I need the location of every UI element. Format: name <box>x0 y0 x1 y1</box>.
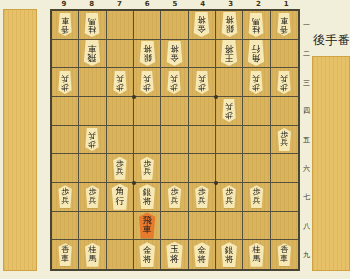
square-73[interactable]: 歩兵 <box>107 68 134 97</box>
square-28[interactable] <box>243 212 270 241</box>
file-label-5: 5 <box>161 0 189 9</box>
square-24[interactable] <box>243 97 270 126</box>
square-94[interactable] <box>52 97 79 126</box>
piece-kanji: 将 <box>143 44 152 53</box>
square-41[interactable]: 金将 <box>189 11 216 40</box>
square-34[interactable]: 歩兵 <box>216 97 243 126</box>
piece-kanji: 金 <box>198 25 207 34</box>
square-63[interactable]: 歩兵 <box>134 68 161 97</box>
gote-keima-piece[interactable]: 桂馬 <box>246 13 266 37</box>
piece-kanji: 兵 <box>116 74 124 83</box>
piece-kanji: 将 <box>170 44 179 53</box>
square-91[interactable]: 香車 <box>52 11 79 40</box>
sente-kakugyo-piece[interactable]: 角行 <box>109 184 131 210</box>
square-65[interactable] <box>134 126 161 155</box>
sente-fuhyo-piece[interactable]: 歩兵 <box>111 157 129 180</box>
piece-kanji: 馬 <box>88 16 96 25</box>
gote-fuhyo-piece[interactable]: 歩兵 <box>247 71 265 94</box>
hoshi-dot <box>132 181 136 185</box>
sente-fuhyo-piece[interactable]: 歩兵 <box>165 185 183 208</box>
piece-kanji: 兵 <box>88 131 96 140</box>
piece-kanji: 王 <box>225 53 234 63</box>
piece-kanji: 車 <box>143 225 152 235</box>
rank-label-7: 七 <box>301 183 312 212</box>
sente-fuhyo-piece[interactable]: 歩兵 <box>56 185 74 208</box>
gote-ginsho-piece[interactable]: 銀将 <box>219 12 240 37</box>
square-13[interactable]: 歩兵 <box>271 68 298 97</box>
sente-ginsho-piece[interactable]: 銀将 <box>137 184 158 209</box>
square-45[interactable] <box>189 126 216 155</box>
gote-kinsho-piece[interactable]: 金将 <box>164 41 185 66</box>
square-11[interactable]: 香車 <box>271 11 298 40</box>
square-36[interactable] <box>216 154 243 183</box>
square-23[interactable]: 歩兵 <box>243 68 270 97</box>
square-58[interactable] <box>161 212 188 241</box>
square-81[interactable]: 桂馬 <box>79 11 106 40</box>
square-83[interactable] <box>79 68 106 97</box>
piece-kanji: 兵 <box>116 168 124 177</box>
piece-kanji: 馬 <box>252 255 260 264</box>
piece-kanji: 金 <box>170 53 179 62</box>
piece-kanji: 兵 <box>61 197 69 206</box>
file-label-1: 1 <box>272 0 300 9</box>
piece-kanji: 飛 <box>88 53 97 63</box>
square-51[interactable] <box>161 11 188 40</box>
piece-kanji: 桂 <box>252 25 260 34</box>
square-84[interactable] <box>79 97 106 126</box>
square-59[interactable]: 玉将 <box>161 240 188 269</box>
piece-kanji: 銀 <box>143 53 152 62</box>
square-74[interactable] <box>107 97 134 126</box>
square-64[interactable] <box>134 97 161 126</box>
square-54[interactable] <box>161 97 188 126</box>
piece-kanji: 兵 <box>61 74 69 83</box>
piece-kanji: 馬 <box>252 16 260 25</box>
square-62[interactable]: 銀将 <box>134 40 161 69</box>
rank-label-2: 二 <box>301 40 312 69</box>
sente-kinsho-piece[interactable]: 金将 <box>137 242 158 267</box>
rank-label-8: 八 <box>301 212 312 241</box>
hoshi-dot <box>132 95 136 99</box>
gote-kinsho-piece[interactable]: 金将 <box>191 12 212 37</box>
gote-fuhyo-piece[interactable]: 歩兵 <box>138 71 156 94</box>
piece-kanji: 香 <box>280 25 288 34</box>
piece-kanji: 桂 <box>88 25 96 34</box>
square-82[interactable]: 飛車 <box>79 40 106 69</box>
square-99[interactable]: 香車 <box>52 240 79 269</box>
gote-hisha-piece[interactable]: 飛車 <box>81 40 103 66</box>
square-56[interactable] <box>161 154 188 183</box>
square-78[interactable] <box>107 212 134 241</box>
square-87[interactable]: 歩兵 <box>79 183 106 212</box>
square-19[interactable]: 香車 <box>271 240 298 269</box>
square-77[interactable]: 角行 <box>107 183 134 212</box>
gote-fuhyo-piece[interactable]: 歩兵 <box>165 71 183 94</box>
piece-kanji: 馬 <box>88 255 96 264</box>
file-label-6: 6 <box>133 0 161 9</box>
piece-kanji: 将 <box>225 255 234 264</box>
file-label-4: 4 <box>189 0 217 9</box>
square-55[interactable] <box>161 126 188 155</box>
piece-kanji: 行 <box>252 44 261 54</box>
gote-fuhyo-piece[interactable]: 歩兵 <box>220 99 238 122</box>
square-85[interactable]: 歩兵 <box>79 126 106 155</box>
square-12[interactable] <box>271 40 298 69</box>
sente-ginsho-piece[interactable]: 銀将 <box>219 242 240 267</box>
square-14[interactable] <box>271 97 298 126</box>
square-27[interactable]: 歩兵 <box>243 183 270 212</box>
piece-kanji: 兵 <box>280 74 288 83</box>
piece-stand-left <box>3 9 37 271</box>
square-47[interactable]: 歩兵 <box>189 183 216 212</box>
piece-kanji: 行 <box>115 197 124 207</box>
square-29[interactable]: 桂馬 <box>243 240 270 269</box>
file-label-7: 7 <box>106 0 134 9</box>
square-18[interactable] <box>271 212 298 241</box>
gote-fuhyo-piece[interactable]: 歩兵 <box>56 71 74 94</box>
square-31[interactable]: 銀将 <box>216 11 243 40</box>
rank-label-5: 五 <box>301 126 312 155</box>
square-79[interactable] <box>107 240 134 269</box>
square-44[interactable] <box>189 97 216 126</box>
shogi-board: 香車桂馬金将銀将桂馬香車飛車銀将金将王将角行歩兵歩兵歩兵歩兵歩兵歩兵歩兵歩兵歩兵… <box>50 9 300 271</box>
piece-kanji: 将 <box>143 197 152 206</box>
square-46[interactable] <box>189 154 216 183</box>
piece-kanji: 車 <box>61 16 69 25</box>
square-88[interactable] <box>79 212 106 241</box>
sente-kyosha-piece[interactable]: 香車 <box>56 243 74 266</box>
piece-kanji: 歩 <box>170 82 178 91</box>
square-35[interactable] <box>216 126 243 155</box>
gote-kyosha-piece[interactable]: 香車 <box>56 13 74 36</box>
gote-fuhyo-piece[interactable]: 歩兵 <box>275 71 293 94</box>
gote-kyosha-piece[interactable]: 香車 <box>275 13 293 36</box>
piece-kanji: 歩 <box>198 82 206 91</box>
sente-hisha-piece[interactable]: 飛車 <box>136 212 158 238</box>
gote-osho-piece[interactable]: 王将 <box>218 40 240 66</box>
sente-gyokusho-piece[interactable]: 玉将 <box>163 242 185 268</box>
piece-kanji: 兵 <box>143 74 151 83</box>
file-label-3: 3 <box>217 0 245 9</box>
square-17[interactable] <box>271 183 298 212</box>
sente-fuhyo-piece[interactable]: 歩兵 <box>83 185 101 208</box>
gote-ginsho-piece[interactable]: 銀将 <box>137 41 158 66</box>
square-21[interactable]: 桂馬 <box>243 11 270 40</box>
square-97[interactable]: 歩兵 <box>52 183 79 212</box>
piece-kanji: 兵 <box>88 197 96 206</box>
sente-fuhyo-piece[interactable]: 歩兵 <box>275 128 293 151</box>
square-95[interactable] <box>52 126 79 155</box>
rank-label-6: 六 <box>301 154 312 183</box>
square-42[interactable] <box>189 40 216 69</box>
gote-fuhyo-piece[interactable]: 歩兵 <box>111 71 129 94</box>
square-98[interactable] <box>52 212 79 241</box>
square-52[interactable]: 金将 <box>161 40 188 69</box>
turn-indicator: 後手番 <box>313 32 350 49</box>
sente-fuhyo-piece[interactable]: 歩兵 <box>247 185 265 208</box>
square-43[interactable]: 歩兵 <box>189 68 216 97</box>
sente-kinsho-piece[interactable]: 金将 <box>191 242 212 267</box>
square-38[interactable] <box>216 212 243 241</box>
piece-kanji: 香 <box>61 25 69 34</box>
piece-kanji: 歩 <box>116 82 124 91</box>
hoshi-dot <box>214 181 218 185</box>
square-49[interactable]: 金将 <box>189 240 216 269</box>
sente-fuhyo-piece[interactable]: 歩兵 <box>138 157 156 180</box>
gote-fuhyo-piece[interactable]: 歩兵 <box>193 71 211 94</box>
square-75[interactable] <box>107 126 134 155</box>
shogi-diagram: 987654321 香車桂馬金将銀将桂馬香車飛車銀将金将王将角行歩兵歩兵歩兵歩兵… <box>0 0 350 279</box>
piece-kanji: 兵 <box>198 74 206 83</box>
piece-kanji: 歩 <box>88 139 96 148</box>
rank-label-3: 三 <box>301 68 312 97</box>
square-96[interactable] <box>52 154 79 183</box>
file-label-8: 8 <box>78 0 106 9</box>
piece-kanji: 兵 <box>198 197 206 206</box>
piece-kanji: 銀 <box>225 25 234 34</box>
piece-kanji: 兵 <box>225 197 233 206</box>
piece-kanji: 将 <box>225 44 234 54</box>
piece-stand-right <box>312 56 350 271</box>
square-48[interactable] <box>189 212 216 241</box>
piece-kanji: 歩 <box>61 82 69 91</box>
piece-kanji: 将 <box>170 255 179 265</box>
square-16[interactable] <box>271 154 298 183</box>
file-labels: 987654321 <box>50 0 300 9</box>
square-86[interactable] <box>79 154 106 183</box>
piece-kanji: 兵 <box>170 74 178 83</box>
piece-kanji: 車 <box>280 16 288 25</box>
rank-label-1: 一 <box>301 11 312 40</box>
piece-kanji: 将 <box>198 16 207 25</box>
rank-label-4: 四 <box>301 97 312 126</box>
gote-keima-piece[interactable]: 桂馬 <box>82 13 102 37</box>
square-69[interactable]: 金将 <box>134 240 161 269</box>
sente-kyosha-piece[interactable]: 香車 <box>275 243 293 266</box>
square-71[interactable] <box>107 11 134 40</box>
square-67[interactable]: 銀将 <box>134 183 161 212</box>
piece-kanji: 歩 <box>280 82 288 91</box>
square-39[interactable]: 銀将 <box>216 240 243 269</box>
file-label-9: 9 <box>50 0 78 9</box>
piece-kanji: 兵 <box>225 102 233 111</box>
sente-fuhyo-piece[interactable]: 歩兵 <box>220 185 238 208</box>
square-22[interactable]: 角行 <box>243 40 270 69</box>
piece-kanji: 歩 <box>143 82 151 91</box>
square-93[interactable]: 歩兵 <box>52 68 79 97</box>
square-66[interactable]: 歩兵 <box>134 154 161 183</box>
square-89[interactable]: 桂馬 <box>79 240 106 269</box>
sente-fuhyo-piece[interactable]: 歩兵 <box>193 185 211 208</box>
square-15[interactable]: 歩兵 <box>271 126 298 155</box>
piece-kanji: 車 <box>280 255 288 264</box>
piece-kanji: 歩 <box>225 111 233 120</box>
sente-keima-piece[interactable]: 桂馬 <box>82 243 102 267</box>
piece-kanji: 兵 <box>252 74 260 83</box>
square-37[interactable]: 歩兵 <box>216 183 243 212</box>
piece-kanji: 将 <box>225 16 234 25</box>
piece-kanji: 歩 <box>252 82 260 91</box>
hoshi-dot <box>214 95 218 99</box>
file-label-2: 2 <box>244 0 272 9</box>
piece-kanji: 兵 <box>252 197 260 206</box>
square-26[interactable] <box>243 154 270 183</box>
piece-kanji: 角 <box>252 53 261 63</box>
piece-kanji: 兵 <box>280 139 288 148</box>
piece-kanji: 兵 <box>170 197 178 206</box>
piece-kanji: 将 <box>143 255 152 264</box>
piece-kanji: 車 <box>61 255 69 264</box>
square-72[interactable] <box>107 40 134 69</box>
square-25[interactable] <box>243 126 270 155</box>
square-68[interactable]: 飛車 <box>134 212 161 241</box>
sente-keima-piece[interactable]: 桂馬 <box>246 243 266 267</box>
gote-fuhyo-piece[interactable]: 歩兵 <box>83 128 101 151</box>
gote-kakugyo-piece[interactable]: 角行 <box>245 40 267 66</box>
rank-label-9: 九 <box>301 240 312 269</box>
piece-kanji: 将 <box>198 255 207 264</box>
square-53[interactable]: 歩兵 <box>161 68 188 97</box>
square-32[interactable]: 王将 <box>216 40 243 69</box>
square-76[interactable]: 歩兵 <box>107 154 134 183</box>
square-57[interactable]: 歩兵 <box>161 183 188 212</box>
piece-kanji: 兵 <box>143 168 151 177</box>
square-92[interactable] <box>52 40 79 69</box>
square-33[interactable] <box>216 68 243 97</box>
rank-labels: 一二三四五六七八九 <box>301 11 312 269</box>
piece-kanji: 車 <box>88 44 97 54</box>
square-61[interactable] <box>134 11 161 40</box>
